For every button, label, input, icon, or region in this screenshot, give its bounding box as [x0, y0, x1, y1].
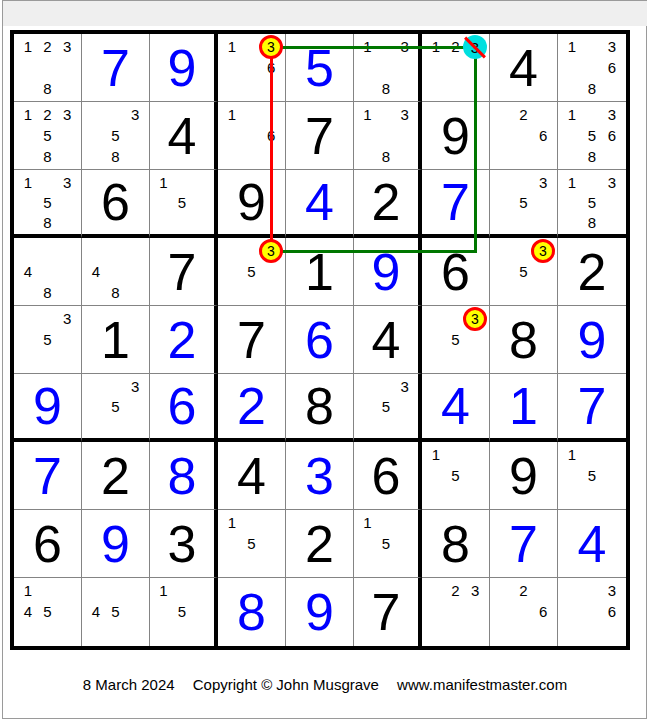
solved-digit: 8: [422, 510, 489, 577]
candidate-2: 2: [514, 580, 534, 601]
solved-digit: 4: [422, 374, 489, 438]
cell-r9c1[interactable]: 145: [14, 578, 82, 646]
cell-r5c2[interactable]: 1: [82, 306, 150, 374]
candidate-5: 5: [514, 261, 534, 282]
cell-r6c6[interactable]: 35: [354, 374, 422, 442]
solved-digit: 9: [490, 442, 557, 509]
cell-r1c6[interactable]: 138: [354, 34, 422, 102]
cell-r5c1[interactable]: 35: [14, 306, 82, 374]
cell-r1c3[interactable]: 9: [150, 34, 218, 102]
cell-r4c9[interactable]: 2: [558, 238, 626, 306]
candidate-3: 3: [395, 104, 414, 125]
candidate-8: 8: [377, 78, 396, 99]
solved-digit: 7: [422, 170, 489, 234]
candidate-grid: 358: [82, 102, 149, 169]
candidate-5: 5: [446, 329, 466, 350]
candidate-6: 6: [261, 125, 281, 146]
cell-r1c7[interactable]: 123: [422, 34, 490, 102]
candidate-grid: 16: [218, 102, 285, 169]
cell-r3c9[interactable]: 1358: [558, 170, 626, 238]
candidate-grid: 15: [218, 510, 285, 577]
cell-r6c4[interactable]: 2: [218, 374, 286, 442]
candidate-3: 3: [395, 36, 414, 57]
candidate-1: 1: [18, 580, 38, 601]
candidate-1: 1: [426, 444, 446, 465]
cell-r9c3[interactable]: 15: [150, 578, 218, 646]
cell-r9c4[interactable]: 8: [218, 578, 286, 646]
candidate-1: 1: [562, 172, 582, 192]
candidate-5: 5: [38, 601, 58, 622]
cell-r8c3[interactable]: 3: [150, 510, 218, 578]
cell-r4c8[interactable]: 35: [490, 238, 558, 306]
solved-digit: 9: [82, 510, 149, 577]
cell-r4c7[interactable]: 6: [422, 238, 490, 306]
cell-r9c2[interactable]: 45: [82, 578, 150, 646]
cell-r6c3[interactable]: 6: [150, 374, 218, 442]
cell-r1c1[interactable]: 1238: [14, 34, 82, 102]
candidate-grid: 15: [150, 170, 214, 234]
solved-digit: 7: [218, 306, 285, 373]
cell-r8c8[interactable]: 7: [490, 510, 558, 578]
cell-r9c6[interactable]: 7: [354, 578, 422, 646]
cell-r8c7[interactable]: 8: [422, 510, 490, 578]
cell-r3c6[interactable]: 2: [354, 170, 422, 238]
solved-digit: 4: [286, 170, 353, 234]
solved-digit: 9: [558, 306, 626, 373]
solved-digit: 8: [218, 578, 285, 646]
candidate-grid: 35: [354, 374, 418, 438]
candidate-2: 2: [446, 36, 466, 57]
solved-digit: 9: [354, 238, 418, 305]
solved-digit: 2: [354, 170, 418, 234]
cell-r1c5[interactable]: 5: [286, 34, 354, 102]
candidate-5: 5: [582, 465, 602, 486]
cell-r3c1[interactable]: 1358: [14, 170, 82, 238]
candidate-3: 3: [125, 376, 145, 396]
candidate-grid: 15: [150, 578, 214, 646]
candidate-1: 1: [18, 36, 38, 57]
cell-r7c7[interactable]: 15: [422, 442, 490, 510]
candidate-6: 6: [602, 125, 622, 146]
cell-r5c4[interactable]: 7: [218, 306, 286, 374]
candidate-3: 3: [465, 308, 485, 329]
candidate-grid: 26: [490, 578, 557, 646]
cell-r2c1[interactable]: 12358: [14, 102, 82, 170]
solved-digit: 3: [286, 442, 353, 509]
cell-r3c2[interactable]: 6: [82, 170, 150, 238]
candidate-1: 1: [154, 172, 173, 192]
candidate-3: 3: [602, 104, 622, 125]
solved-digit: 7: [150, 238, 214, 305]
candidate-grid: 136: [218, 34, 285, 101]
candidate-2: 2: [514, 104, 534, 125]
candidate-1: 1: [222, 512, 242, 533]
candidate-grid: 13568: [558, 102, 626, 169]
candidate-3: 3: [57, 308, 77, 329]
cell-r6c5[interactable]: 8: [286, 374, 354, 442]
candidate-1: 1: [562, 444, 582, 465]
candidate-8: 8: [377, 146, 396, 167]
candidate-1: 1: [222, 104, 242, 125]
cell-r5c6[interactable]: 4: [354, 306, 422, 374]
candidate-grid: 35: [14, 306, 81, 373]
candidate-grid: 15: [422, 442, 489, 509]
candidate-8: 8: [582, 212, 602, 232]
candidate-4: 4: [18, 261, 38, 282]
candidate-grid: 23: [422, 578, 489, 646]
cell-r2c5[interactable]: 7: [286, 102, 354, 170]
candidate-grid: 138: [354, 34, 418, 101]
solved-digit: 4: [150, 102, 214, 169]
cell-r2c7[interactable]: 9: [422, 102, 490, 170]
cell-r1c8[interactable]: 4: [490, 34, 558, 102]
candidate-6: 6: [533, 601, 553, 622]
candidate-grid: 35: [218, 238, 285, 305]
candidate-grid: 138: [354, 102, 418, 169]
candidate-3: 3: [533, 240, 553, 261]
candidate-grid: 36: [558, 578, 626, 646]
cell-r8c1[interactable]: 6: [14, 510, 82, 578]
solved-digit: 9: [218, 170, 285, 234]
candidate-3: 3: [57, 172, 77, 192]
cell-r4c3[interactable]: 7: [150, 238, 218, 306]
candidate-5: 5: [173, 192, 192, 212]
solved-digit: 8: [286, 374, 353, 438]
solved-digit: 9: [286, 578, 353, 646]
candidate-8: 8: [106, 282, 126, 303]
cell-r9c5[interactable]: 9: [286, 578, 354, 646]
solved-digit: 2: [218, 374, 285, 438]
cell-r1c4[interactable]: 136: [218, 34, 286, 102]
solved-digit: 3: [150, 510, 214, 577]
solved-digit: 2: [150, 306, 214, 373]
candidate-5: 5: [582, 125, 602, 146]
candidate-grid: 26: [490, 102, 557, 169]
cell-r1c9[interactable]: 1368: [558, 34, 626, 102]
cell-r2c6[interactable]: 138: [354, 102, 422, 170]
solved-digit: 6: [150, 374, 214, 438]
candidate-3: 3: [57, 36, 77, 57]
cell-r3c7[interactable]: 7: [422, 170, 490, 238]
cell-r5c7[interactable]: 35: [422, 306, 490, 374]
candidate-2: 2: [38, 104, 58, 125]
candidate-5: 5: [106, 125, 126, 146]
cell-r9c7[interactable]: 23: [422, 578, 490, 646]
candidate-3: 3: [602, 172, 622, 192]
solved-digit: 6: [82, 170, 149, 234]
cell-r5c5[interactable]: 6: [286, 306, 354, 374]
cell-r1c2[interactable]: 7: [82, 34, 150, 102]
candidate-8: 8: [38, 212, 58, 232]
top-strip: [3, 1, 647, 26]
cell-r8c4[interactable]: 15: [218, 510, 286, 578]
candidate-grid: 123: [422, 34, 489, 101]
cell-r2c2[interactable]: 358: [82, 102, 150, 170]
candidate-grid: 35: [422, 306, 489, 373]
candidate-3: 3: [465, 580, 485, 601]
cell-r4c4[interactable]: 35: [218, 238, 286, 306]
candidate-6: 6: [261, 57, 281, 78]
candidate-5: 5: [377, 396, 396, 416]
candidate-grid: 1368: [558, 34, 626, 101]
candidate-8: 8: [38, 146, 58, 167]
candidate-5: 5: [377, 533, 396, 554]
cell-r7c9[interactable]: 15: [558, 442, 626, 510]
cell-r7c5[interactable]: 3: [286, 442, 354, 510]
cell-r3c4[interactable]: 9: [218, 170, 286, 238]
solved-digit: 7: [490, 510, 557, 577]
candidate-1: 1: [562, 104, 582, 125]
candidate-grid: 145: [14, 578, 81, 646]
cell-r2c9[interactable]: 13568: [558, 102, 626, 170]
candidate-grid: 12358: [14, 102, 81, 169]
cell-r8c6[interactable]: 15: [354, 510, 422, 578]
cell-r4c1[interactable]: 48: [14, 238, 82, 306]
cell-r5c8[interactable]: 8: [490, 306, 558, 374]
cell-r8c5[interactable]: 2: [286, 510, 354, 578]
candidate-8: 8: [38, 282, 58, 303]
candidate-1: 1: [358, 512, 377, 533]
candidate-grid: 48: [14, 238, 81, 305]
candidate-8: 8: [582, 78, 602, 99]
candidate-3: 3: [465, 36, 485, 57]
candidate-5: 5: [242, 533, 262, 554]
candidate-4: 4: [86, 601, 106, 622]
candidate-3: 3: [261, 240, 281, 261]
footer-copyright: Copyright © John Musgrave: [193, 676, 379, 693]
candidate-grid: 45: [82, 578, 149, 646]
candidate-3: 3: [602, 580, 622, 601]
solved-digit: 7: [286, 102, 353, 169]
solved-digit: 4: [218, 442, 285, 509]
candidate-grid: 15: [558, 442, 626, 509]
solved-digit: 9: [150, 34, 214, 101]
candidate-8: 8: [38, 78, 58, 99]
candidate-3: 3: [261, 36, 281, 57]
solved-digit: 1: [286, 238, 353, 305]
cell-r9c8[interactable]: 26: [490, 578, 558, 646]
solved-digit: 6: [422, 238, 489, 305]
candidate-3: 3: [533, 172, 553, 192]
cell-r8c2[interactable]: 9: [82, 510, 150, 578]
candidate-3: 3: [395, 376, 414, 396]
footer: 8 March 2024 Copyright © John Musgrave w…: [0, 676, 650, 693]
footer-website: www.manifestmaster.com: [397, 676, 567, 693]
candidate-5: 5: [242, 261, 262, 282]
candidate-grid: 1238: [14, 34, 81, 101]
cell-r8c9[interactable]: 4: [558, 510, 626, 578]
sudoku-board: 33333 1238791365138123413681235835841671…: [10, 30, 630, 650]
cell-r3c5[interactable]: 4: [286, 170, 354, 238]
candidate-6: 6: [602, 57, 622, 78]
candidate-2: 2: [38, 36, 58, 57]
candidate-2: 2: [446, 580, 466, 601]
solved-digit: 6: [14, 510, 81, 577]
cell-r7c1[interactable]: 7: [14, 442, 82, 510]
candidate-1: 1: [18, 104, 38, 125]
candidate-5: 5: [38, 192, 58, 212]
solved-digit: 4: [354, 306, 418, 373]
candidate-8: 8: [582, 146, 602, 167]
candidate-grid: 15: [354, 510, 418, 577]
candidate-4: 4: [86, 261, 106, 282]
candidate-grid: 1358: [558, 170, 626, 234]
candidate-5: 5: [582, 192, 602, 212]
candidate-3: 3: [602, 36, 622, 57]
cell-r4c5[interactable]: 1: [286, 238, 354, 306]
candidate-1: 1: [154, 580, 173, 601]
solved-digit: 9: [422, 102, 489, 169]
solved-digit: 4: [558, 510, 626, 577]
cell-r3c3[interactable]: 15: [150, 170, 218, 238]
footer-date: 8 March 2024: [83, 676, 175, 693]
candidate-grid: 35: [82, 374, 149, 438]
cell-r6c8[interactable]: 1: [490, 374, 558, 442]
candidate-1: 1: [426, 36, 446, 57]
solved-digit: 5: [286, 34, 353, 101]
candidate-5: 5: [173, 601, 192, 622]
cell-r6c2[interactable]: 35: [82, 374, 150, 442]
candidate-1: 1: [562, 36, 582, 57]
solved-digit: 8: [490, 306, 557, 373]
cell-r5c9[interactable]: 9: [558, 306, 626, 374]
candidate-3: 3: [57, 104, 77, 125]
candidate-grid: 1358: [14, 170, 81, 234]
cell-r6c7[interactable]: 4: [422, 374, 490, 442]
solved-digit: 9: [14, 374, 81, 438]
candidate-6: 6: [533, 125, 553, 146]
cell-r2c3[interactable]: 4: [150, 102, 218, 170]
cell-r6c1[interactable]: 9: [14, 374, 82, 442]
candidate-5: 5: [38, 329, 58, 350]
candidate-8: 8: [106, 146, 126, 167]
cell-r7c2[interactable]: 2: [82, 442, 150, 510]
cell-r4c2[interactable]: 48: [82, 238, 150, 306]
candidate-grid: 48: [82, 238, 149, 305]
solved-digit: 4: [490, 34, 557, 101]
candidate-1: 1: [18, 172, 38, 192]
cell-r7c4[interactable]: 4: [218, 442, 286, 510]
candidate-5: 5: [38, 125, 58, 146]
cell-r9c9[interactable]: 36: [558, 578, 626, 646]
candidate-1: 1: [358, 36, 377, 57]
solved-digit: 6: [286, 306, 353, 373]
candidate-5: 5: [106, 396, 126, 416]
candidate-grid: 35: [490, 238, 557, 305]
candidate-grid: 35: [490, 170, 557, 234]
candidate-5: 5: [446, 465, 466, 486]
solved-digit: 1: [82, 306, 149, 373]
solved-digit: 1: [490, 374, 557, 438]
candidate-4: 4: [18, 601, 38, 622]
candidate-6: 6: [602, 601, 622, 622]
candidate-1: 1: [222, 36, 242, 57]
cell-r6c9[interactable]: 7: [558, 374, 626, 442]
cell-r2c8[interactable]: 26: [490, 102, 558, 170]
cell-r2c4[interactable]: 16: [218, 102, 286, 170]
candidate-5: 5: [514, 192, 534, 212]
solved-digit: 2: [82, 442, 149, 509]
cell-r7c8[interactable]: 9: [490, 442, 558, 510]
candidate-1: 1: [358, 104, 377, 125]
solved-digit: 7: [354, 578, 418, 646]
solved-digit: 2: [558, 238, 626, 305]
candidate-3: 3: [125, 104, 145, 125]
solved-digit: 8: [150, 442, 214, 509]
cell-r5c3[interactable]: 2: [150, 306, 218, 374]
cell-r7c3[interactable]: 8: [150, 442, 218, 510]
solved-digit: 2: [286, 510, 353, 577]
solved-digit: 7: [82, 34, 149, 101]
cell-r4c6[interactable]: 9: [354, 238, 422, 306]
cell-r3c8[interactable]: 35: [490, 170, 558, 238]
solved-digit: 7: [14, 442, 81, 509]
solved-digit: 6: [354, 442, 418, 509]
candidate-5: 5: [106, 601, 126, 622]
solved-digit: 7: [558, 374, 626, 438]
cell-r7c6[interactable]: 6: [354, 442, 422, 510]
